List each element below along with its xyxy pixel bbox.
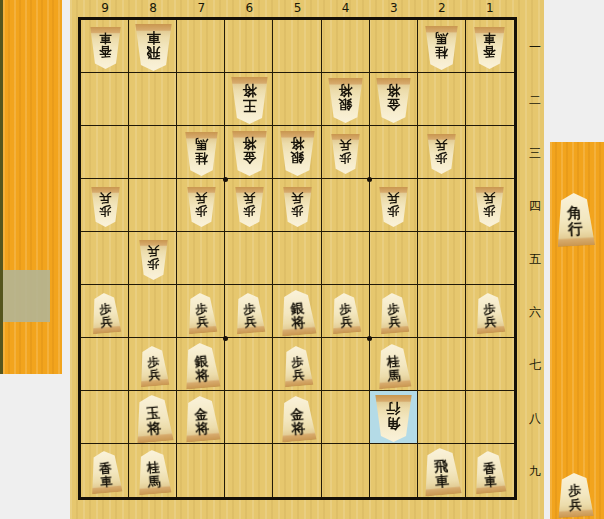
cell-2-4[interactable] xyxy=(418,179,466,232)
cell-7-2[interactable] xyxy=(177,73,225,126)
shogi-board-panel: 987654321 一二三四五六七八九 香車飛車桂馬香車王将銀将金将桂馬金将銀将… xyxy=(70,0,544,519)
cell-5-2[interactable] xyxy=(273,73,321,126)
cell-3-3[interactable] xyxy=(370,126,418,179)
piece-kanji: 歩兵 xyxy=(388,192,400,217)
cell-9-5[interactable] xyxy=(81,232,129,285)
cell-9-2[interactable] xyxy=(81,73,129,126)
piece-kanji: 歩兵 xyxy=(146,355,160,381)
piece-kanji: 歩兵 xyxy=(195,192,207,217)
cell-9-3[interactable] xyxy=(81,126,129,179)
cell-1-8[interactable] xyxy=(466,391,514,444)
file-label-3: 3 xyxy=(370,0,418,16)
piece-kanji: 玉将 xyxy=(145,406,161,436)
piece-kanji: 香車 xyxy=(484,32,497,58)
piece-kanji: 歩兵 xyxy=(99,192,111,217)
rank-label-3: 三 xyxy=(525,145,545,162)
sente-hand-fu[interactable]: 歩兵 xyxy=(556,472,594,518)
hoshi-dot xyxy=(367,177,372,182)
cell-7-9[interactable] xyxy=(177,444,225,497)
piece-kanji: 角行 xyxy=(387,401,401,430)
piece-kanji: 角行 xyxy=(567,206,584,238)
piece-kanji: 歩兵 xyxy=(147,245,159,270)
cell-6-5[interactable] xyxy=(225,232,273,285)
piece-kanji: 桂馬 xyxy=(195,137,208,164)
cell-5-1[interactable] xyxy=(273,20,321,73)
cell-2-8[interactable] xyxy=(418,391,466,444)
piece-kanji: 桂馬 xyxy=(146,460,161,488)
cell-8-2[interactable] xyxy=(129,73,177,126)
piece-kanji: 飛車 xyxy=(146,30,160,59)
file-label-8: 8 xyxy=(129,0,177,16)
cell-6-8[interactable] xyxy=(225,391,273,444)
cell-1-3[interactable] xyxy=(466,126,514,179)
cell-8-6[interactable] xyxy=(129,285,177,338)
piece-kanji: 歩兵 xyxy=(340,139,352,164)
file-label-2: 2 xyxy=(418,0,466,16)
piece-kanji: 歩兵 xyxy=(436,139,448,164)
piece-kanji: 金将 xyxy=(290,406,306,435)
cell-9-8[interactable] xyxy=(81,391,129,444)
cell-1-5[interactable] xyxy=(466,232,514,285)
hoshi-dot xyxy=(367,336,372,341)
cell-1-2[interactable] xyxy=(466,73,514,126)
hoshi-dot xyxy=(223,177,228,182)
file-label-6: 6 xyxy=(225,0,273,16)
cell-6-7[interactable] xyxy=(225,338,273,391)
rank-label-7: 七 xyxy=(525,357,545,374)
cell-4-4[interactable] xyxy=(322,179,370,232)
piece-kanji: 金将 xyxy=(243,137,257,165)
cell-4-5[interactable] xyxy=(322,232,370,285)
cell-3-1[interactable] xyxy=(370,20,418,73)
piece-kanji: 飛車 xyxy=(434,459,450,489)
piece-kanji: 香車 xyxy=(99,32,112,58)
piece-kanji: 歩兵 xyxy=(291,355,305,381)
rank-label-1: 一 xyxy=(525,39,545,56)
cell-4-1[interactable] xyxy=(322,20,370,73)
piece-kanji: 歩兵 xyxy=(243,302,257,328)
piece-kanji: 歩兵 xyxy=(568,484,582,512)
sente-hand-kaku[interactable]: 角行 xyxy=(555,192,596,247)
piece-kanji: 金将 xyxy=(387,84,401,112)
file-label-7: 7 xyxy=(177,0,225,16)
rank-label-8: 八 xyxy=(525,410,545,427)
piece-kanji: 歩兵 xyxy=(292,192,304,217)
piece-kanji: 歩兵 xyxy=(387,302,401,328)
piece-kanji: 桂馬 xyxy=(435,31,448,58)
file-label-1: 1 xyxy=(466,0,514,16)
piece-kanji: 王将 xyxy=(242,83,256,112)
piece-kanji: 銀将 xyxy=(291,137,305,165)
piece-kanji: 銀将 xyxy=(194,353,210,382)
gote-piece-stand[interactable] xyxy=(0,0,62,374)
piece-kanji: 香車 xyxy=(483,460,498,487)
piece-kanji: 銀将 xyxy=(290,300,306,329)
rank-label-6: 六 xyxy=(525,304,545,321)
piece-kanji: 金将 xyxy=(194,406,210,435)
rank-label-9: 九 xyxy=(525,463,545,480)
cell-2-6[interactable] xyxy=(418,285,466,338)
cell-8-3[interactable] xyxy=(129,126,177,179)
file-label-5: 5 xyxy=(273,0,321,16)
cell-8-4[interactable] xyxy=(129,179,177,232)
piece-kanji: 歩兵 xyxy=(339,302,353,328)
rank-label-4: 四 xyxy=(525,198,545,215)
cell-5-5[interactable] xyxy=(273,232,321,285)
piece-kanji: 歩兵 xyxy=(98,302,112,328)
cell-4-7[interactable] xyxy=(322,338,370,391)
piece-kanji: 歩兵 xyxy=(484,192,496,217)
piece-kanji: 歩兵 xyxy=(243,192,255,217)
cell-9-7[interactable] xyxy=(81,338,129,391)
file-label-4: 4 xyxy=(322,0,370,16)
shogi-app: 987654321 一二三四五六七八九 香車飛車桂馬香車王将銀将金将桂馬金将銀将… xyxy=(0,0,604,519)
cell-7-5[interactable] xyxy=(177,232,225,285)
cell-4-8[interactable] xyxy=(322,391,370,444)
cell-2-5[interactable] xyxy=(418,232,466,285)
file-label-9: 9 xyxy=(81,0,129,16)
cell-7-1[interactable] xyxy=(177,20,225,73)
cell-3-5[interactable] xyxy=(370,232,418,285)
cell-2-7[interactable] xyxy=(418,338,466,391)
cell-1-7[interactable] xyxy=(466,338,514,391)
piece-kanji: 香車 xyxy=(98,460,113,487)
cell-4-9[interactable] xyxy=(322,444,370,497)
piece-kanji: 桂馬 xyxy=(386,354,401,382)
board-grid: 香車飛車桂馬香車王将銀将金将桂馬金将銀将歩兵歩兵歩兵歩兵歩兵歩兵歩兵歩兵歩兵歩兵… xyxy=(78,17,517,500)
hoshi-dot xyxy=(223,336,228,341)
rank-label-2: 二 xyxy=(525,92,545,109)
cell-3-9[interactable] xyxy=(370,444,418,497)
cell-6-9[interactable] xyxy=(225,444,273,497)
cell-6-1[interactable] xyxy=(225,20,273,73)
piece-kanji: 銀将 xyxy=(339,84,353,112)
cell-2-2[interactable] xyxy=(418,73,466,126)
piece-kanji: 歩兵 xyxy=(194,302,208,328)
piece-kanji: 歩兵 xyxy=(483,302,497,328)
cell-5-9[interactable] xyxy=(273,444,321,497)
sente-piece-stand[interactable]: 角行歩兵 xyxy=(550,142,604,519)
rank-label-5: 五 xyxy=(525,251,545,268)
gote-stand-empty-slot xyxy=(3,270,50,322)
